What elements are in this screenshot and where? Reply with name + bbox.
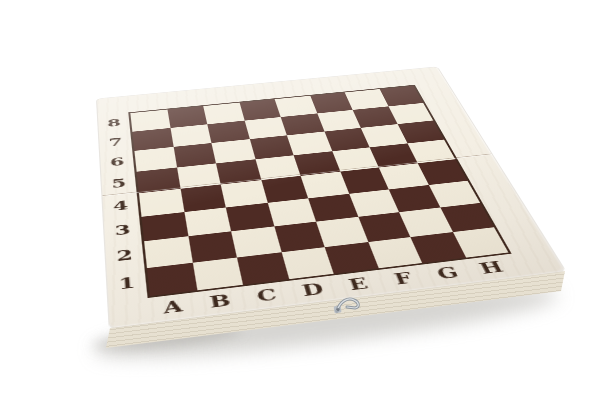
rank-label-3: 3	[104, 220, 141, 240]
file-label-h: H	[469, 256, 514, 278]
file-label-f: F	[381, 267, 425, 290]
file-label-a: A	[152, 294, 194, 319]
file-label-g: G	[425, 261, 470, 284]
rank-label-1: 1	[107, 271, 147, 294]
rank-label-8: 8	[98, 115, 130, 130]
square-c1[interactable]	[237, 252, 289, 285]
file-label-c: C	[245, 283, 288, 307]
file-label-b: B	[199, 289, 241, 313]
rank-label-2: 2	[105, 245, 143, 267]
rank-label-7: 7	[99, 134, 132, 150]
clasp-latch-icon	[333, 292, 363, 316]
file-label-d: D	[291, 278, 334, 302]
rank-label-5: 5	[101, 174, 136, 192]
rank-label-6: 6	[100, 153, 134, 170]
square-a1[interactable]	[147, 262, 197, 296]
rank-label-4: 4	[103, 196, 139, 215]
square-b1[interactable]	[192, 257, 243, 290]
chess-board-photo: 87654321 ABCDEFGH	[0, 0, 600, 399]
